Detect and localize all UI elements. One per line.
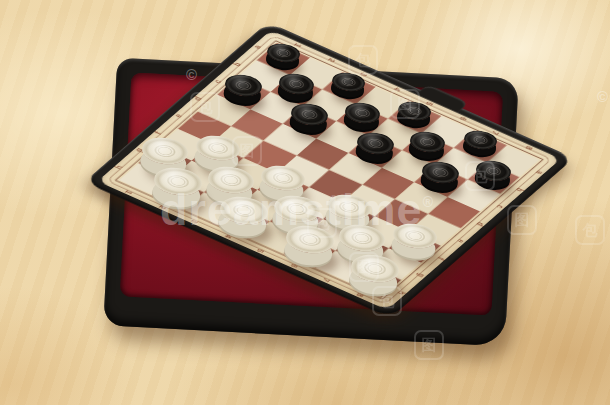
copyright-icon: © [597, 88, 608, 105]
watermark-glyph-box: 包 [575, 215, 605, 245]
photo-scene: 1122334455667788aabbccddeeffgghh dreamst… [0, 0, 610, 405]
